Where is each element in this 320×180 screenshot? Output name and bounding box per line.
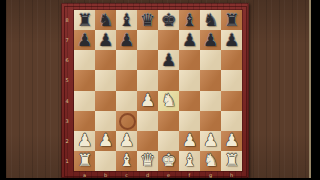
- black-knight[interactable]: ♞: [203, 11, 218, 28]
- rank-label-6: 6: [62, 50, 72, 70]
- black-pawn[interactable]: ♟: [224, 31, 239, 48]
- square-e3[interactable]: [158, 111, 179, 131]
- square-d5[interactable]: [137, 70, 158, 90]
- square-c7[interactable]: ♟: [116, 30, 137, 50]
- square-c8[interactable]: ♝: [116, 10, 137, 30]
- square-h1[interactable]: ♜: [221, 151, 242, 171]
- square-h5[interactable]: [221, 70, 242, 90]
- black-knight[interactable]: ♞: [98, 11, 113, 28]
- square-c1[interactable]: ♝: [116, 151, 137, 171]
- square-c2[interactable]: ♟: [116, 131, 137, 151]
- white-pawn[interactable]: ♟: [77, 132, 92, 149]
- white-rook[interactable]: ♜: [77, 152, 92, 169]
- square-b1[interactable]: [95, 151, 116, 171]
- square-g1[interactable]: ♞: [200, 151, 221, 171]
- black-pawn[interactable]: ♟: [119, 31, 134, 48]
- square-c5[interactable]: [116, 70, 137, 90]
- file-labels: abcdefgh: [74, 171, 242, 178]
- rank-label-1: 1: [62, 151, 72, 171]
- black-rook[interactable]: ♜: [77, 11, 92, 28]
- square-f3[interactable]: [179, 111, 200, 131]
- file-label-a: a: [74, 171, 95, 178]
- square-b7[interactable]: ♟: [95, 30, 116, 50]
- square-d8[interactable]: ♛: [137, 10, 158, 30]
- square-h7[interactable]: ♟: [221, 30, 242, 50]
- square-c4[interactable]: [116, 91, 137, 111]
- square-e2[interactable]: [158, 131, 179, 151]
- black-queen[interactable]: ♛: [140, 11, 155, 28]
- panel-edge-highlight: [309, 0, 311, 178]
- black-pawn[interactable]: ♟: [161, 51, 176, 68]
- square-b6[interactable]: [95, 50, 116, 70]
- rank-label-4: 4: [62, 91, 72, 111]
- black-pawn[interactable]: ♟: [77, 31, 92, 48]
- file-label-d: d: [137, 171, 158, 178]
- square-a5[interactable]: [74, 70, 95, 90]
- square-d3[interactable]: [137, 111, 158, 131]
- black-bishop[interactable]: ♝: [182, 11, 197, 28]
- black-king[interactable]: ♚: [161, 11, 176, 28]
- white-bishop[interactable]: ♝: [182, 152, 197, 169]
- square-d7[interactable]: [137, 30, 158, 50]
- white-king[interactable]: ♚: [161, 152, 176, 169]
- black-pawn[interactable]: ♟: [98, 31, 113, 48]
- square-e7[interactable]: [158, 30, 179, 50]
- square-d1[interactable]: ♛: [137, 151, 158, 171]
- square-f1[interactable]: ♝: [179, 151, 200, 171]
- square-b8[interactable]: ♞: [95, 10, 116, 30]
- square-a7[interactable]: ♟: [74, 30, 95, 50]
- white-pawn[interactable]: ♟: [119, 132, 134, 149]
- square-b4[interactable]: [95, 91, 116, 111]
- move-origin-circle: [119, 113, 136, 130]
- square-e8[interactable]: ♚: [158, 10, 179, 30]
- square-g5[interactable]: [200, 70, 221, 90]
- square-e6[interactable]: ♟: [158, 50, 179, 70]
- rank-labels: 87654321: [62, 10, 72, 171]
- file-label-g: g: [200, 171, 221, 178]
- square-a2[interactable]: ♟: [74, 131, 95, 151]
- square-g2[interactable]: ♟: [200, 131, 221, 151]
- white-pawn[interactable]: ♟: [203, 132, 218, 149]
- square-h4[interactable]: [221, 91, 242, 111]
- square-f8[interactable]: ♝: [179, 10, 200, 30]
- square-b5[interactable]: [95, 70, 116, 90]
- square-a3[interactable]: [74, 111, 95, 131]
- white-knight[interactable]: ♞: [203, 152, 218, 169]
- square-g6[interactable]: [200, 50, 221, 70]
- file-label-f: f: [179, 171, 200, 178]
- square-g3[interactable]: [200, 111, 221, 131]
- square-e5[interactable]: [158, 70, 179, 90]
- square-f2[interactable]: ♟: [179, 131, 200, 151]
- square-a1[interactable]: ♜: [74, 151, 95, 171]
- square-f7[interactable]: ♟: [179, 30, 200, 50]
- square-b3[interactable]: [95, 111, 116, 131]
- white-queen[interactable]: ♛: [140, 152, 155, 169]
- square-h6[interactable]: [221, 50, 242, 70]
- white-pawn[interactable]: ♟: [98, 132, 113, 149]
- square-e1[interactable]: ♚: [158, 151, 179, 171]
- square-h2[interactable]: ♟: [221, 131, 242, 151]
- square-h3[interactable]: [221, 111, 242, 131]
- white-pawn[interactable]: ♟: [224, 132, 239, 149]
- file-label-b: b: [95, 171, 116, 178]
- square-f6[interactable]: [179, 50, 200, 70]
- square-e4[interactable]: ♞: [158, 91, 179, 111]
- square-g8[interactable]: ♞: [200, 10, 221, 30]
- rank-label-3: 3: [62, 111, 72, 131]
- rank-label-5: 5: [62, 70, 72, 90]
- black-pawn[interactable]: ♟: [182, 31, 197, 48]
- square-f5[interactable]: [179, 70, 200, 90]
- file-label-e: e: [158, 171, 179, 178]
- square-f4[interactable]: [179, 91, 200, 111]
- square-d6[interactable]: [137, 50, 158, 70]
- rank-label-8: 8: [62, 10, 72, 30]
- file-label-h: h: [221, 171, 242, 178]
- square-d4[interactable]: ♟: [137, 91, 158, 111]
- chess-board: ♜♞♝♛♚♝♞♜♟♟♟♟♟♟♟♟♞♟♟♟♟♟♟♜♝♛♚♝♞♜: [74, 10, 242, 171]
- white-pawn[interactable]: ♟: [182, 132, 197, 149]
- black-rook[interactable]: ♜: [224, 11, 239, 28]
- square-b2[interactable]: ♟: [95, 131, 116, 151]
- rank-label-7: 7: [62, 30, 72, 50]
- square-a6[interactable]: [74, 50, 95, 70]
- white-rook[interactable]: ♜: [224, 152, 239, 169]
- square-h8[interactable]: ♜: [221, 10, 242, 30]
- square-d2[interactable]: [137, 131, 158, 151]
- square-g4[interactable]: [200, 91, 221, 111]
- square-a8[interactable]: ♜: [74, 10, 95, 30]
- square-c3[interactable]: [116, 111, 137, 131]
- black-pawn[interactable]: ♟: [203, 31, 218, 48]
- white-pawn[interactable]: ♟: [140, 92, 155, 109]
- rank-label-2: 2: [62, 131, 72, 151]
- white-knight[interactable]: ♞: [161, 92, 176, 109]
- black-bishop[interactable]: ♝: [119, 11, 134, 28]
- white-bishop[interactable]: ♝: [119, 152, 134, 169]
- square-c6[interactable]: [116, 50, 137, 70]
- square-g7[interactable]: ♟: [200, 30, 221, 50]
- file-label-c: c: [116, 171, 137, 178]
- square-a4[interactable]: [74, 91, 95, 111]
